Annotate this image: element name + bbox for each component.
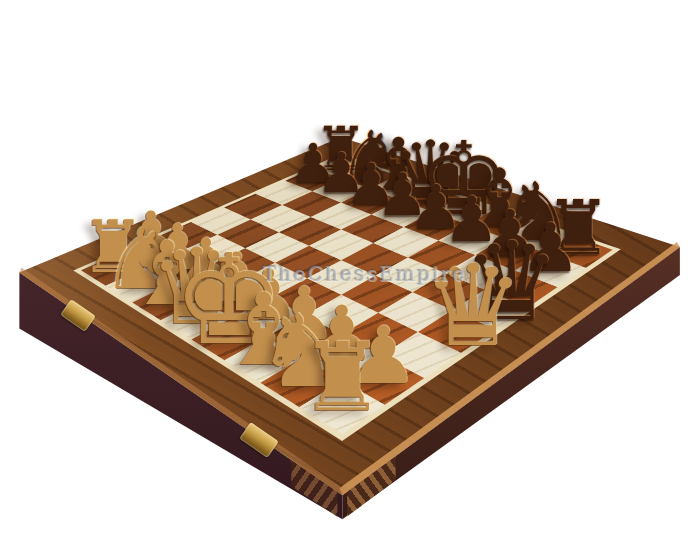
piece-white-queen-extra[interactable]: ♛ xyxy=(422,250,523,363)
piece-white-rook-h1[interactable]: ♜ xyxy=(299,330,384,425)
chess-set-product-photo: TheChessEmpire♜♞♝♛♚♝♞♜♟♟♟♟♟♟♟♟♜♞♝♛♚♝♞♜♟♟… xyxy=(0,0,700,550)
